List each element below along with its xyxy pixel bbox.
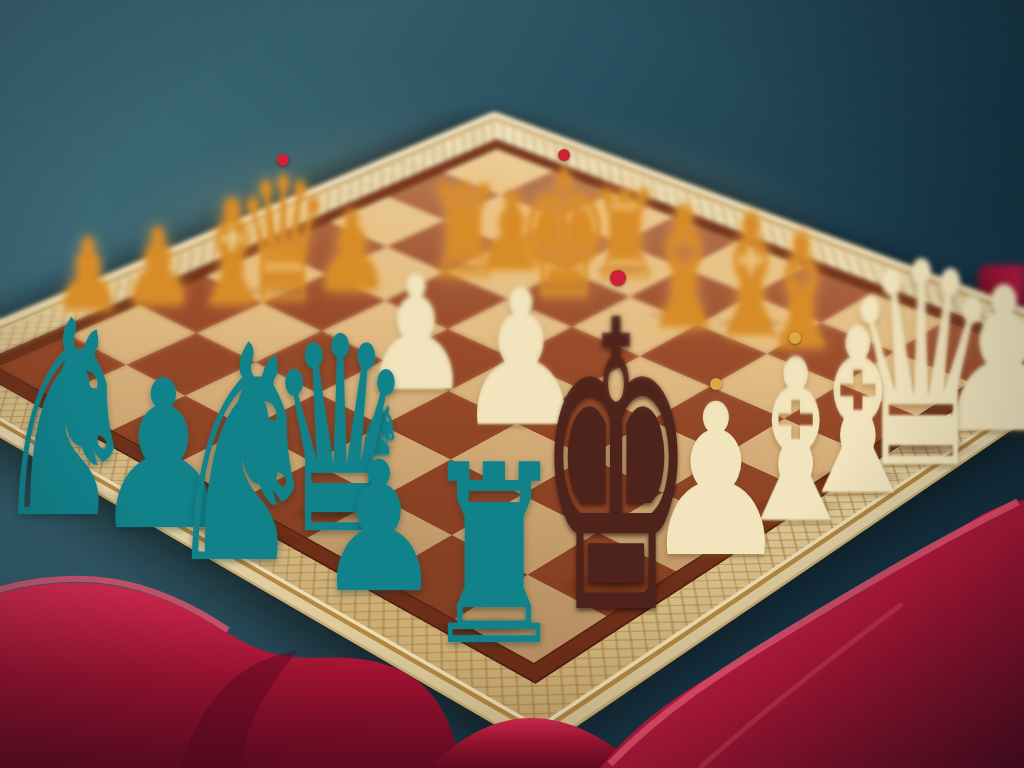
chess-photo-scene: ♟♟♝♛♟♜♟♚♜♝♝♝♟♟♟♝♝♛♟♚♞♟♞♛♞♟♜ Ornate carve… xyxy=(0,0,1024,768)
